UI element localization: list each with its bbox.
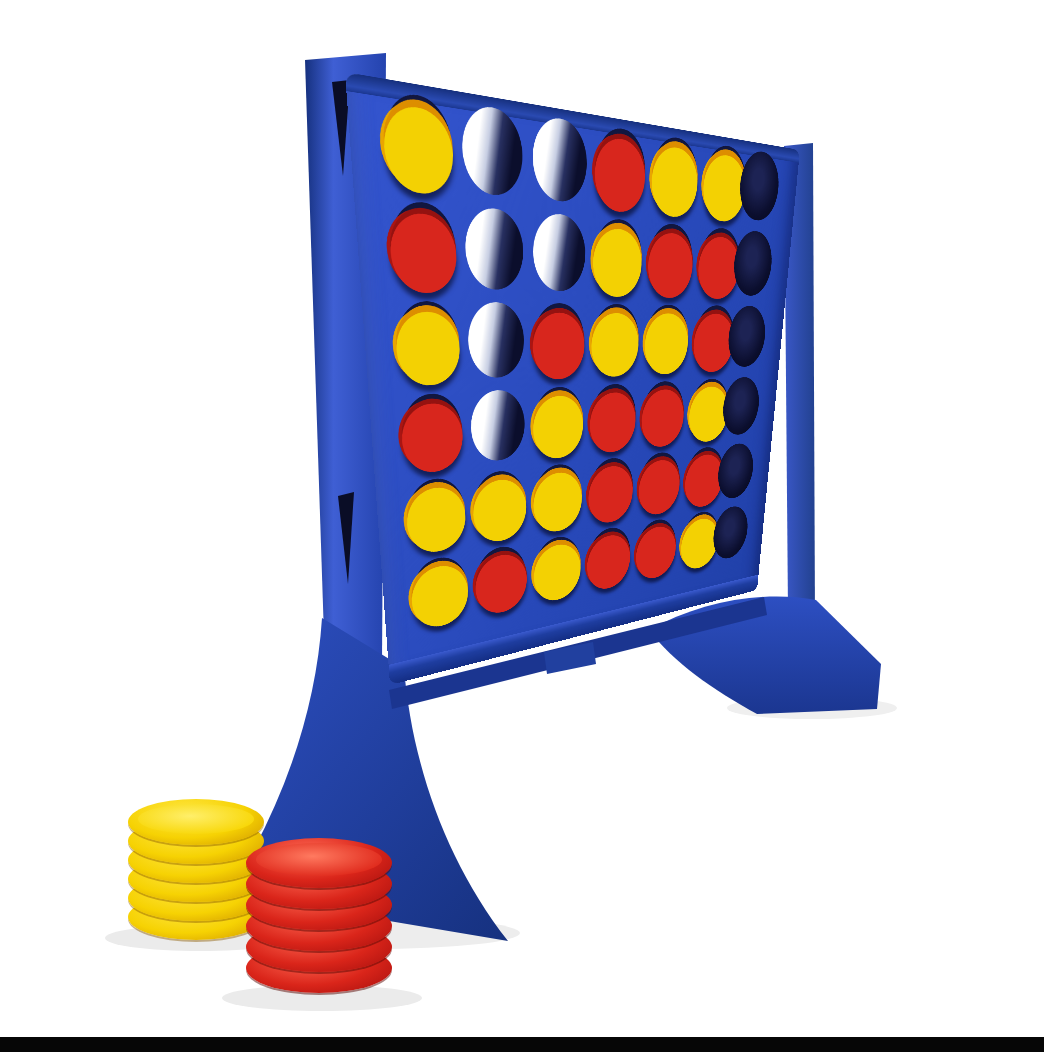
spare-disc — [246, 838, 392, 888]
bottom-black-bar — [0, 1037, 1044, 1052]
cell-r6c3[interactable]: ● — [530, 528, 585, 607]
hole — [533, 212, 586, 292]
cell-r1c3[interactable] — [527, 105, 592, 210]
disc-top-face — [138, 804, 255, 834]
yellow-disc: ● — [405, 544, 473, 635]
cell-r3c2[interactable] — [462, 295, 529, 385]
cell-r2c2[interactable] — [459, 198, 529, 296]
cell-r1c7[interactable] — [745, 144, 774, 227]
hole — [461, 102, 523, 197]
hole — [470, 388, 525, 462]
hole — [468, 302, 525, 379]
red-disc: ● — [643, 212, 698, 300]
cell-r2c3[interactable] — [528, 205, 590, 298]
yellow-disc: ● — [589, 207, 647, 300]
cell-r6c2[interactable]: ● — [470, 537, 530, 620]
cell-r1c2[interactable] — [456, 93, 529, 204]
cell-r6c4[interactable]: ● — [583, 519, 634, 595]
scene: ●●●●●●●●●●●●●●●●●●●●●●●●●●●●●● — [0, 0, 1044, 1052]
cell-r2c5[interactable]: ● — [644, 216, 699, 300]
red-disc: ● — [632, 509, 681, 585]
disc-top-face — [256, 843, 382, 876]
cell-r6c7[interactable] — [718, 501, 743, 565]
yellow-disc-stack[interactable] — [128, 799, 264, 941]
release-slider-tab[interactable] — [544, 642, 596, 674]
red-disc: ● — [583, 517, 634, 596]
red-disc: ● — [470, 534, 530, 620]
red-disc: ● — [382, 187, 463, 296]
cell-r6c1[interactable]: ● — [405, 547, 473, 634]
cell-r2c1[interactable]: ● — [382, 191, 462, 295]
cell-r2c7[interactable] — [739, 225, 767, 302]
cell-r2c4[interactable]: ● — [589, 210, 647, 299]
hole — [465, 206, 524, 290]
spare-disc — [128, 799, 264, 845]
cell-r4c7[interactable] — [728, 371, 755, 440]
cell-r6c5[interactable]: ● — [632, 511, 681, 584]
connect-four-board: ●●●●●●●●●●●●●●●●●●●●●●●●●●●●●● — [345, 72, 800, 685]
board-grid: ●●●●●●●●●●●●●●●●●●●●●●●●●●●●●● — [375, 80, 775, 635]
red-disc-stack[interactable] — [246, 838, 392, 996]
hole — [533, 114, 588, 204]
cell-r5c7[interactable] — [723, 438, 749, 504]
yellow-disc: ● — [530, 525, 585, 608]
cell-r3c7[interactable] — [734, 301, 761, 373]
